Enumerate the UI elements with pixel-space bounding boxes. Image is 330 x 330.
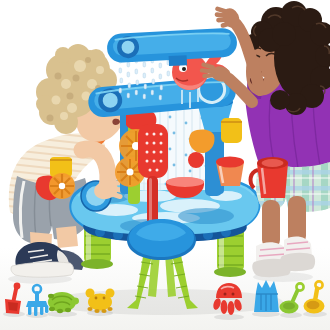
funnel-red-ball xyxy=(188,152,204,168)
scene-illustration xyxy=(0,0,330,330)
product-photo: Product photo: two toddlers play at a bl… xyxy=(0,0,330,330)
side-wheel-hub xyxy=(59,183,65,189)
orange-cup xyxy=(216,157,244,187)
sneaker-sole xyxy=(11,262,74,277)
